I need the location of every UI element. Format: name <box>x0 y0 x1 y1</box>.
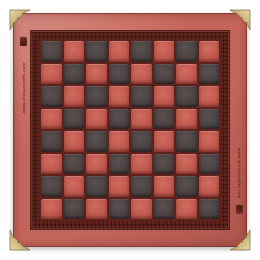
square-c5[interactable] <box>86 109 107 130</box>
square-f3[interactable] <box>154 154 175 175</box>
square-g5[interactable] <box>176 109 197 130</box>
square-e5[interactable] <box>131 109 152 130</box>
square-h6[interactable] <box>199 86 220 107</box>
square-c8[interactable] <box>86 41 107 62</box>
square-b3[interactable] <box>64 154 85 175</box>
square-e2[interactable] <box>131 176 152 197</box>
square-f4[interactable] <box>154 131 175 152</box>
square-f5[interactable] <box>154 109 175 130</box>
square-c6[interactable] <box>86 86 107 107</box>
square-h2[interactable] <box>199 176 220 197</box>
square-d3[interactable] <box>109 154 130 175</box>
square-f1[interactable] <box>154 199 175 220</box>
square-g2[interactable] <box>176 176 197 197</box>
square-b6[interactable] <box>64 86 85 107</box>
brand-url-left: www.chessncrafts.com <box>21 51 27 113</box>
square-b5[interactable] <box>64 109 85 130</box>
square-h8[interactable] <box>199 41 220 62</box>
square-h5[interactable] <box>199 109 220 130</box>
square-d6[interactable] <box>109 86 130 107</box>
square-f2[interactable] <box>154 176 175 197</box>
square-e3[interactable] <box>131 154 152 175</box>
square-e6[interactable] <box>131 86 152 107</box>
maker-stamp-right <box>236 205 243 214</box>
square-g7[interactable] <box>176 64 197 85</box>
board-grid <box>39 39 221 221</box>
brand-url-right: www.chessncrafts.com <box>236 148 242 210</box>
square-a1[interactable] <box>41 199 62 220</box>
square-d1[interactable] <box>109 199 130 220</box>
square-g4[interactable] <box>176 131 197 152</box>
square-g1[interactable] <box>176 199 197 220</box>
square-f8[interactable] <box>154 41 175 62</box>
square-a7[interactable] <box>41 64 62 85</box>
square-c4[interactable] <box>86 131 107 152</box>
square-e1[interactable] <box>131 199 152 220</box>
square-f7[interactable] <box>154 64 175 85</box>
square-d7[interactable] <box>109 64 130 85</box>
square-c2[interactable] <box>86 176 107 197</box>
square-c3[interactable] <box>86 154 107 175</box>
square-c7[interactable] <box>86 64 107 85</box>
square-a6[interactable] <box>41 86 62 107</box>
square-d8[interactable] <box>109 41 130 62</box>
square-g6[interactable] <box>176 86 197 107</box>
square-e4[interactable] <box>131 131 152 152</box>
square-h7[interactable] <box>199 64 220 85</box>
square-a8[interactable] <box>41 41 62 62</box>
square-h4[interactable] <box>199 131 220 152</box>
square-g8[interactable] <box>176 41 197 62</box>
square-b7[interactable] <box>64 64 85 85</box>
brass-corner-bottom-left-icon <box>9 229 31 251</box>
brass-corner-top-right-icon <box>229 9 251 31</box>
square-a5[interactable] <box>41 109 62 130</box>
square-b2[interactable] <box>64 176 85 197</box>
square-a4[interactable] <box>41 131 62 152</box>
square-e7[interactable] <box>131 64 152 85</box>
square-h3[interactable] <box>199 154 220 175</box>
square-f6[interactable] <box>154 86 175 107</box>
square-c1[interactable] <box>86 199 107 220</box>
leather-board-mat <box>13 13 247 247</box>
square-g3[interactable] <box>176 154 197 175</box>
square-d4[interactable] <box>109 131 130 152</box>
square-a3[interactable] <box>41 154 62 175</box>
square-b4[interactable] <box>64 131 85 152</box>
square-b1[interactable] <box>64 199 85 220</box>
square-e8[interactable] <box>131 41 152 62</box>
square-d2[interactable] <box>109 176 130 197</box>
square-d5[interactable] <box>109 109 130 130</box>
square-b8[interactable] <box>64 41 85 62</box>
brass-corner-top-left-icon <box>9 9 31 31</box>
maker-stamp-left <box>20 37 27 46</box>
embossed-border-band <box>31 31 229 229</box>
brass-corner-bottom-right-icon <box>229 229 251 251</box>
square-h1[interactable] <box>199 199 220 220</box>
square-a2[interactable] <box>41 176 62 197</box>
